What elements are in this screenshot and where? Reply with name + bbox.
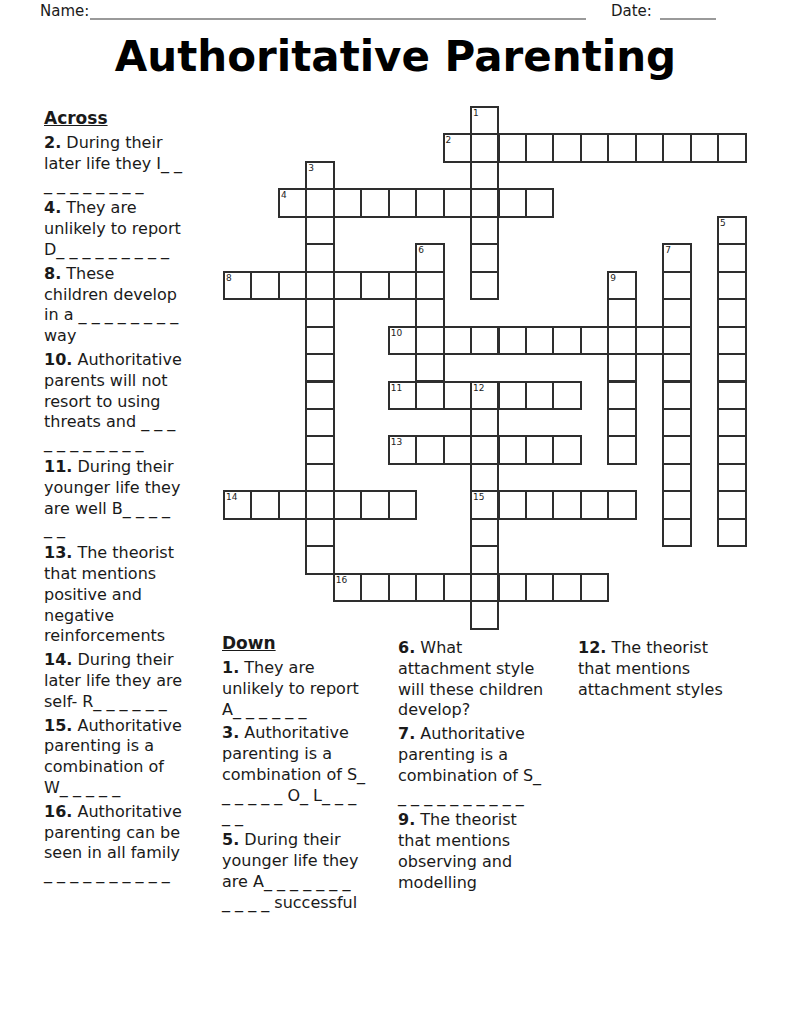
grid-cell-r12c11[interactable]: [525, 435, 554, 464]
grid-cell-r3c7[interactable]: [415, 188, 444, 217]
grid-cell-r6c3[interactable]: [305, 271, 334, 300]
clue-text: What attachment style will these childre…: [398, 638, 543, 719]
grid-cell-r8c10[interactable]: [498, 326, 527, 355]
grid-cell-r12c16[interactable]: [662, 435, 691, 464]
grid-cell-r1c17[interactable]: [690, 133, 719, 162]
grid-cell-r3c8[interactable]: [443, 188, 472, 217]
clue-down-7: 7. Authoritative parenting is a combinat…: [398, 724, 578, 807]
grid-cell-r8c12[interactable]: [552, 326, 581, 355]
grid-cell-r2c9[interactable]: [470, 161, 499, 190]
grid-cell-r8c11[interactable]: [525, 326, 554, 355]
grid-cell-r1c9[interactable]: [470, 133, 499, 162]
grid-cell-r11c9[interactable]: [470, 408, 499, 437]
grid-cell-r12c7[interactable]: [415, 435, 444, 464]
date-label: Date:: [611, 2, 652, 20]
grid-cell-r10c6[interactable]: 11: [388, 381, 417, 410]
grid-cell-r10c16[interactable]: [662, 381, 691, 410]
grid-cell-r10c9[interactable]: 12: [470, 381, 499, 410]
grid-cell-r15c16[interactable]: [662, 518, 691, 547]
grid-cell-r12c3[interactable]: [305, 435, 334, 464]
grid-cell-r12c8[interactable]: [443, 435, 472, 464]
cell-number-8: 8: [226, 273, 232, 283]
grid-cell-r6c18[interactable]: [717, 271, 746, 300]
grid-cell-r9c7[interactable]: [415, 353, 444, 382]
clue-number: 12.: [578, 638, 606, 657]
grid-cell-r7c7[interactable]: [415, 298, 444, 327]
grid-cell-r1c10[interactable]: [498, 133, 527, 162]
grid-cell-r13c9[interactable]: [470, 463, 499, 492]
clue-text: They are unlikely to report A_ _ _ _ _ _: [222, 658, 359, 719]
grid-cell-r8c7[interactable]: [415, 326, 444, 355]
grid-cell-r5c16[interactable]: 7: [662, 243, 691, 272]
grid-cell-r17c11[interactable]: [525, 573, 554, 602]
clue-across-4: 4. They are unlikely to report D_ _ _ _ …: [44, 198, 226, 260]
grid-cell-r3c3[interactable]: [305, 188, 334, 217]
clue-across-13: 13. The theorist that mentions positive …: [44, 543, 226, 647]
grid-cell-r8c6[interactable]: 10: [388, 326, 417, 355]
grid-cell-r16c3[interactable]: [305, 545, 334, 574]
grid-cell-r1c13[interactable]: [580, 133, 609, 162]
down-clues-column-2: 6. What attachment style will these chil…: [398, 638, 578, 897]
grid-cell-r8c15[interactable]: [635, 326, 664, 355]
grid-cell-r10c3[interactable]: [305, 381, 334, 410]
grid-cell-r15c18[interactable]: [717, 518, 746, 547]
grid-cell-r17c7[interactable]: [415, 573, 444, 602]
clue-across-14: 14. During their later life they are sel…: [44, 650, 226, 712]
grid-cell-r10c11[interactable]: [525, 381, 554, 410]
grid-cell-r12c6[interactable]: 13: [388, 435, 417, 464]
cell-number-4: 4: [281, 190, 287, 200]
across-heading: Across: [44, 107, 226, 129]
clue-down-6: 6. What attachment style will these chil…: [398, 638, 578, 721]
cell-number-12: 12: [473, 383, 484, 393]
grid-cell-r6c16[interactable]: [662, 271, 691, 300]
grid-cell-r1c11[interactable]: [525, 133, 554, 162]
grid-cell-r8c14[interactable]: [607, 326, 636, 355]
grid-cell-r7c16[interactable]: [662, 298, 691, 327]
grid-cell-r10c10[interactable]: [498, 381, 527, 410]
clue-across-2: 2. During their later life they I_ _ _ _…: [44, 133, 226, 195]
grid-cell-r8c9[interactable]: [470, 326, 499, 355]
cell-number-7: 7: [665, 245, 671, 255]
grid-cell-r5c7[interactable]: 6: [415, 243, 444, 272]
grid-cell-r14c14[interactable]: [607, 490, 636, 519]
clue-number: 15.: [44, 716, 72, 735]
down-clues-column-3: 12. The theorist that mentions attachmen…: [578, 638, 758, 703]
grid-cell-r4c9[interactable]: [470, 216, 499, 245]
grid-cell-r6c5[interactable]: [360, 271, 389, 300]
crossword-grid: 12345678910111213141516: [223, 106, 747, 630]
clue-number: 8.: [44, 264, 61, 283]
grid-cell-r6c4[interactable]: [333, 271, 362, 300]
grid-cell-r3c6[interactable]: [388, 188, 417, 217]
cell-number-1: 1: [473, 108, 479, 118]
grid-cell-r14c13[interactable]: [580, 490, 609, 519]
grid-cell-r3c2[interactable]: 4: [278, 188, 307, 217]
grid-cell-r12c12[interactable]: [552, 435, 581, 464]
grid-cell-r17c5[interactable]: [360, 573, 389, 602]
clue-text: These children develop in a _ _ _ _ _ _ …: [44, 264, 178, 345]
cell-number-2: 2: [446, 135, 452, 145]
grid-cell-r9c18[interactable]: [717, 353, 746, 382]
grid-cell-r13c18[interactable]: [717, 463, 746, 492]
grid-cell-r6c0[interactable]: 8: [223, 271, 252, 300]
grid-cell-r14c16[interactable]: [662, 490, 691, 519]
grid-cell-r14c5[interactable]: [360, 490, 389, 519]
cell-number-15: 15: [473, 492, 484, 502]
clue-number: 13.: [44, 543, 72, 562]
clue-text: They are unlikely to report D_ _ _ _ _ _…: [44, 198, 181, 259]
grid-cell-r17c6[interactable]: [388, 573, 417, 602]
grid-cell-r1c15[interactable]: [635, 133, 664, 162]
cell-number-10: 10: [391, 328, 402, 338]
clue-down-1: 1. They are unlikely to report A_ _ _ _ …: [222, 658, 398, 720]
grid-cell-r3c9[interactable]: [470, 188, 499, 217]
grid-cell-r10c14[interactable]: [607, 381, 636, 410]
cell-number-3: 3: [308, 163, 314, 173]
grid-cell-r3c10[interactable]: [498, 188, 527, 217]
down-heading: Down: [222, 632, 398, 654]
clue-number: 10.: [44, 350, 72, 369]
clue-across-8: 8. These children develop in a _ _ _ _ _…: [44, 264, 226, 347]
grid-cell-r9c16[interactable]: [662, 353, 691, 382]
cell-number-5: 5: [720, 218, 726, 228]
clue-down-3: 3. Authoritative parenting is a combinat…: [222, 723, 398, 827]
grid-cell-r14c6[interactable]: [388, 490, 417, 519]
grid-cell-r7c18[interactable]: [717, 298, 746, 327]
grid-cell-r12c14[interactable]: [607, 435, 636, 464]
clue-down-12: 12. The theorist that mentions attachmen…: [578, 638, 758, 700]
grid-cell-r11c16[interactable]: [662, 408, 691, 437]
grid-cell-r15c9[interactable]: [470, 518, 499, 547]
grid-cell-r6c9[interactable]: [470, 271, 499, 300]
grid-cell-r11c14[interactable]: [607, 408, 636, 437]
grid-cell-r11c18[interactable]: [717, 408, 746, 437]
grid-cell-r13c16[interactable]: [662, 463, 691, 492]
grid-cell-r14c0[interactable]: 14: [223, 490, 252, 519]
grid-cell-r1c8[interactable]: 2: [443, 133, 472, 162]
clue-number: 2.: [44, 133, 61, 152]
worksheet-page: Name: Date: Authoritative Parenting 1234…: [0, 0, 791, 1024]
clue-number: 6.: [398, 638, 415, 657]
clue-number: 5.: [222, 830, 239, 849]
grid-cell-r5c18[interactable]: [717, 243, 746, 272]
page-title: Authoritative Parenting: [0, 32, 791, 81]
grid-cell-r10c7[interactable]: [415, 381, 444, 410]
grid-cell-r17c9[interactable]: [470, 573, 499, 602]
clue-text: Authoritative parenting is a combination…: [222, 723, 365, 825]
grid-cell-r14c10[interactable]: [498, 490, 527, 519]
clue-across-11: 11. During their younger life they are w…: [44, 457, 226, 540]
grid-cell-r5c3[interactable]: [305, 243, 334, 272]
cell-number-16: 16: [336, 575, 347, 585]
clue-down-9: 9. The theorist that mentions observing …: [398, 810, 578, 893]
grid-cell-r8c13[interactable]: [580, 326, 609, 355]
clue-number: 9.: [398, 810, 415, 829]
grid-cell-r8c3[interactable]: [305, 326, 334, 355]
grid-cell-r17c4[interactable]: 16: [333, 573, 362, 602]
grid-cell-r2c3[interactable]: 3: [305, 161, 334, 190]
grid-cell-r0c9[interactable]: 1: [470, 106, 499, 135]
grid-cell-r8c8[interactable]: [443, 326, 472, 355]
cell-number-14: 14: [226, 492, 237, 502]
clue-number: 3.: [222, 723, 239, 742]
grid-cell-r14c11[interactable]: [525, 490, 554, 519]
clue-across-10: 10. Authoritative parents will not resor…: [44, 350, 226, 454]
grid-cell-r17c10[interactable]: [498, 573, 527, 602]
grid-cell-r3c4[interactable]: [333, 188, 362, 217]
clue-across-16: 16. Authoritative parenting can be seen …: [44, 802, 226, 885]
cell-number-9: 9: [610, 273, 616, 283]
clue-text: During their younger life they are A_ _ …: [222, 830, 358, 911]
grid-cell-r17c12[interactable]: [552, 573, 581, 602]
grid-cell-r18c9[interactable]: [470, 600, 499, 629]
grid-cell-r10c8[interactable]: [443, 381, 472, 410]
grid-cell-r9c14[interactable]: [607, 353, 636, 382]
grid-cell-r6c1[interactable]: [250, 271, 279, 300]
grid-cell-r1c14[interactable]: [607, 133, 636, 162]
name-fill-line[interactable]: [90, 1, 586, 20]
date-fill-line[interactable]: [660, 1, 716, 20]
grid-cell-r3c5[interactable]: [360, 188, 389, 217]
grid-cell-r14c18[interactable]: [717, 490, 746, 519]
grid-cell-r14c4[interactable]: [333, 490, 362, 519]
clue-number: 16.: [44, 802, 72, 821]
grid-cell-r15c3[interactable]: [305, 518, 334, 547]
grid-cell-r6c2[interactable]: [278, 271, 307, 300]
grid-cell-r6c14[interactable]: 9: [607, 271, 636, 300]
grid-cell-r14c12[interactable]: [552, 490, 581, 519]
grid-cell-r17c8[interactable]: [443, 573, 472, 602]
grid-cell-r1c16[interactable]: [662, 133, 691, 162]
grid-cell-r8c16[interactable]: [662, 326, 691, 355]
grid-cell-r13c3[interactable]: [305, 463, 334, 492]
grid-cell-r8c18[interactable]: [717, 326, 746, 355]
clue-number: 7.: [398, 724, 415, 743]
grid-cell-r4c3[interactable]: [305, 216, 334, 245]
clue-text: The theorist that mentions observing and…: [398, 810, 517, 891]
clue-text: During their later life they I_ _ _ _ _ …: [44, 133, 182, 194]
cell-number-6: 6: [418, 245, 424, 255]
grid-cell-r10c18[interactable]: [717, 381, 746, 410]
clue-number: 11.: [44, 457, 72, 476]
clue-number: 4.: [44, 198, 61, 217]
grid-cell-r6c6[interactable]: [388, 271, 417, 300]
grid-cell-r12c9[interactable]: [470, 435, 499, 464]
clue-text: Authoritative parenting is a combination…: [398, 724, 541, 805]
grid-cell-r12c18[interactable]: [717, 435, 746, 464]
clue-number: 1.: [222, 658, 239, 677]
across-clues-column: Across 2. During their later life they I…: [44, 107, 226, 888]
down-clues-column-1: Down 1. They are unlikely to report A_ _…: [222, 632, 398, 917]
grid-cell-r9c3[interactable]: [305, 353, 334, 382]
grid-cell-r1c18[interactable]: [717, 133, 746, 162]
grid-cell-r1c12[interactable]: [552, 133, 581, 162]
grid-cell-r12c10[interactable]: [498, 435, 527, 464]
cell-number-13: 13: [391, 437, 402, 447]
name-label: Name:: [40, 2, 89, 20]
grid-cell-r17c13[interactable]: [580, 573, 609, 602]
grid-cell-r3c11[interactable]: [525, 188, 554, 217]
grid-cell-r14c9[interactable]: 15: [470, 490, 499, 519]
grid-cell-r5c9[interactable]: [470, 243, 499, 272]
grid-cell-r7c14[interactable]: [607, 298, 636, 327]
grid-cell-r10c12[interactable]: [552, 381, 581, 410]
grid-cell-r14c3[interactable]: [305, 490, 334, 519]
grid-cell-r14c2[interactable]: [278, 490, 307, 519]
clue-number: 14.: [44, 650, 72, 669]
cell-number-11: 11: [391, 383, 402, 393]
clue-across-15: 15. Authoritative parenting is a combina…: [44, 716, 226, 799]
clue-down-5: 5. During their younger life they are A_…: [222, 830, 398, 913]
grid-cell-r6c7[interactable]: [415, 271, 444, 300]
grid-cell-r11c3[interactable]: [305, 408, 334, 437]
grid-cell-r4c18[interactable]: 5: [717, 216, 746, 245]
grid-cell-r14c1[interactable]: [250, 490, 279, 519]
grid-cell-r7c3[interactable]: [305, 298, 334, 327]
grid-cell-r16c9[interactable]: [470, 545, 499, 574]
